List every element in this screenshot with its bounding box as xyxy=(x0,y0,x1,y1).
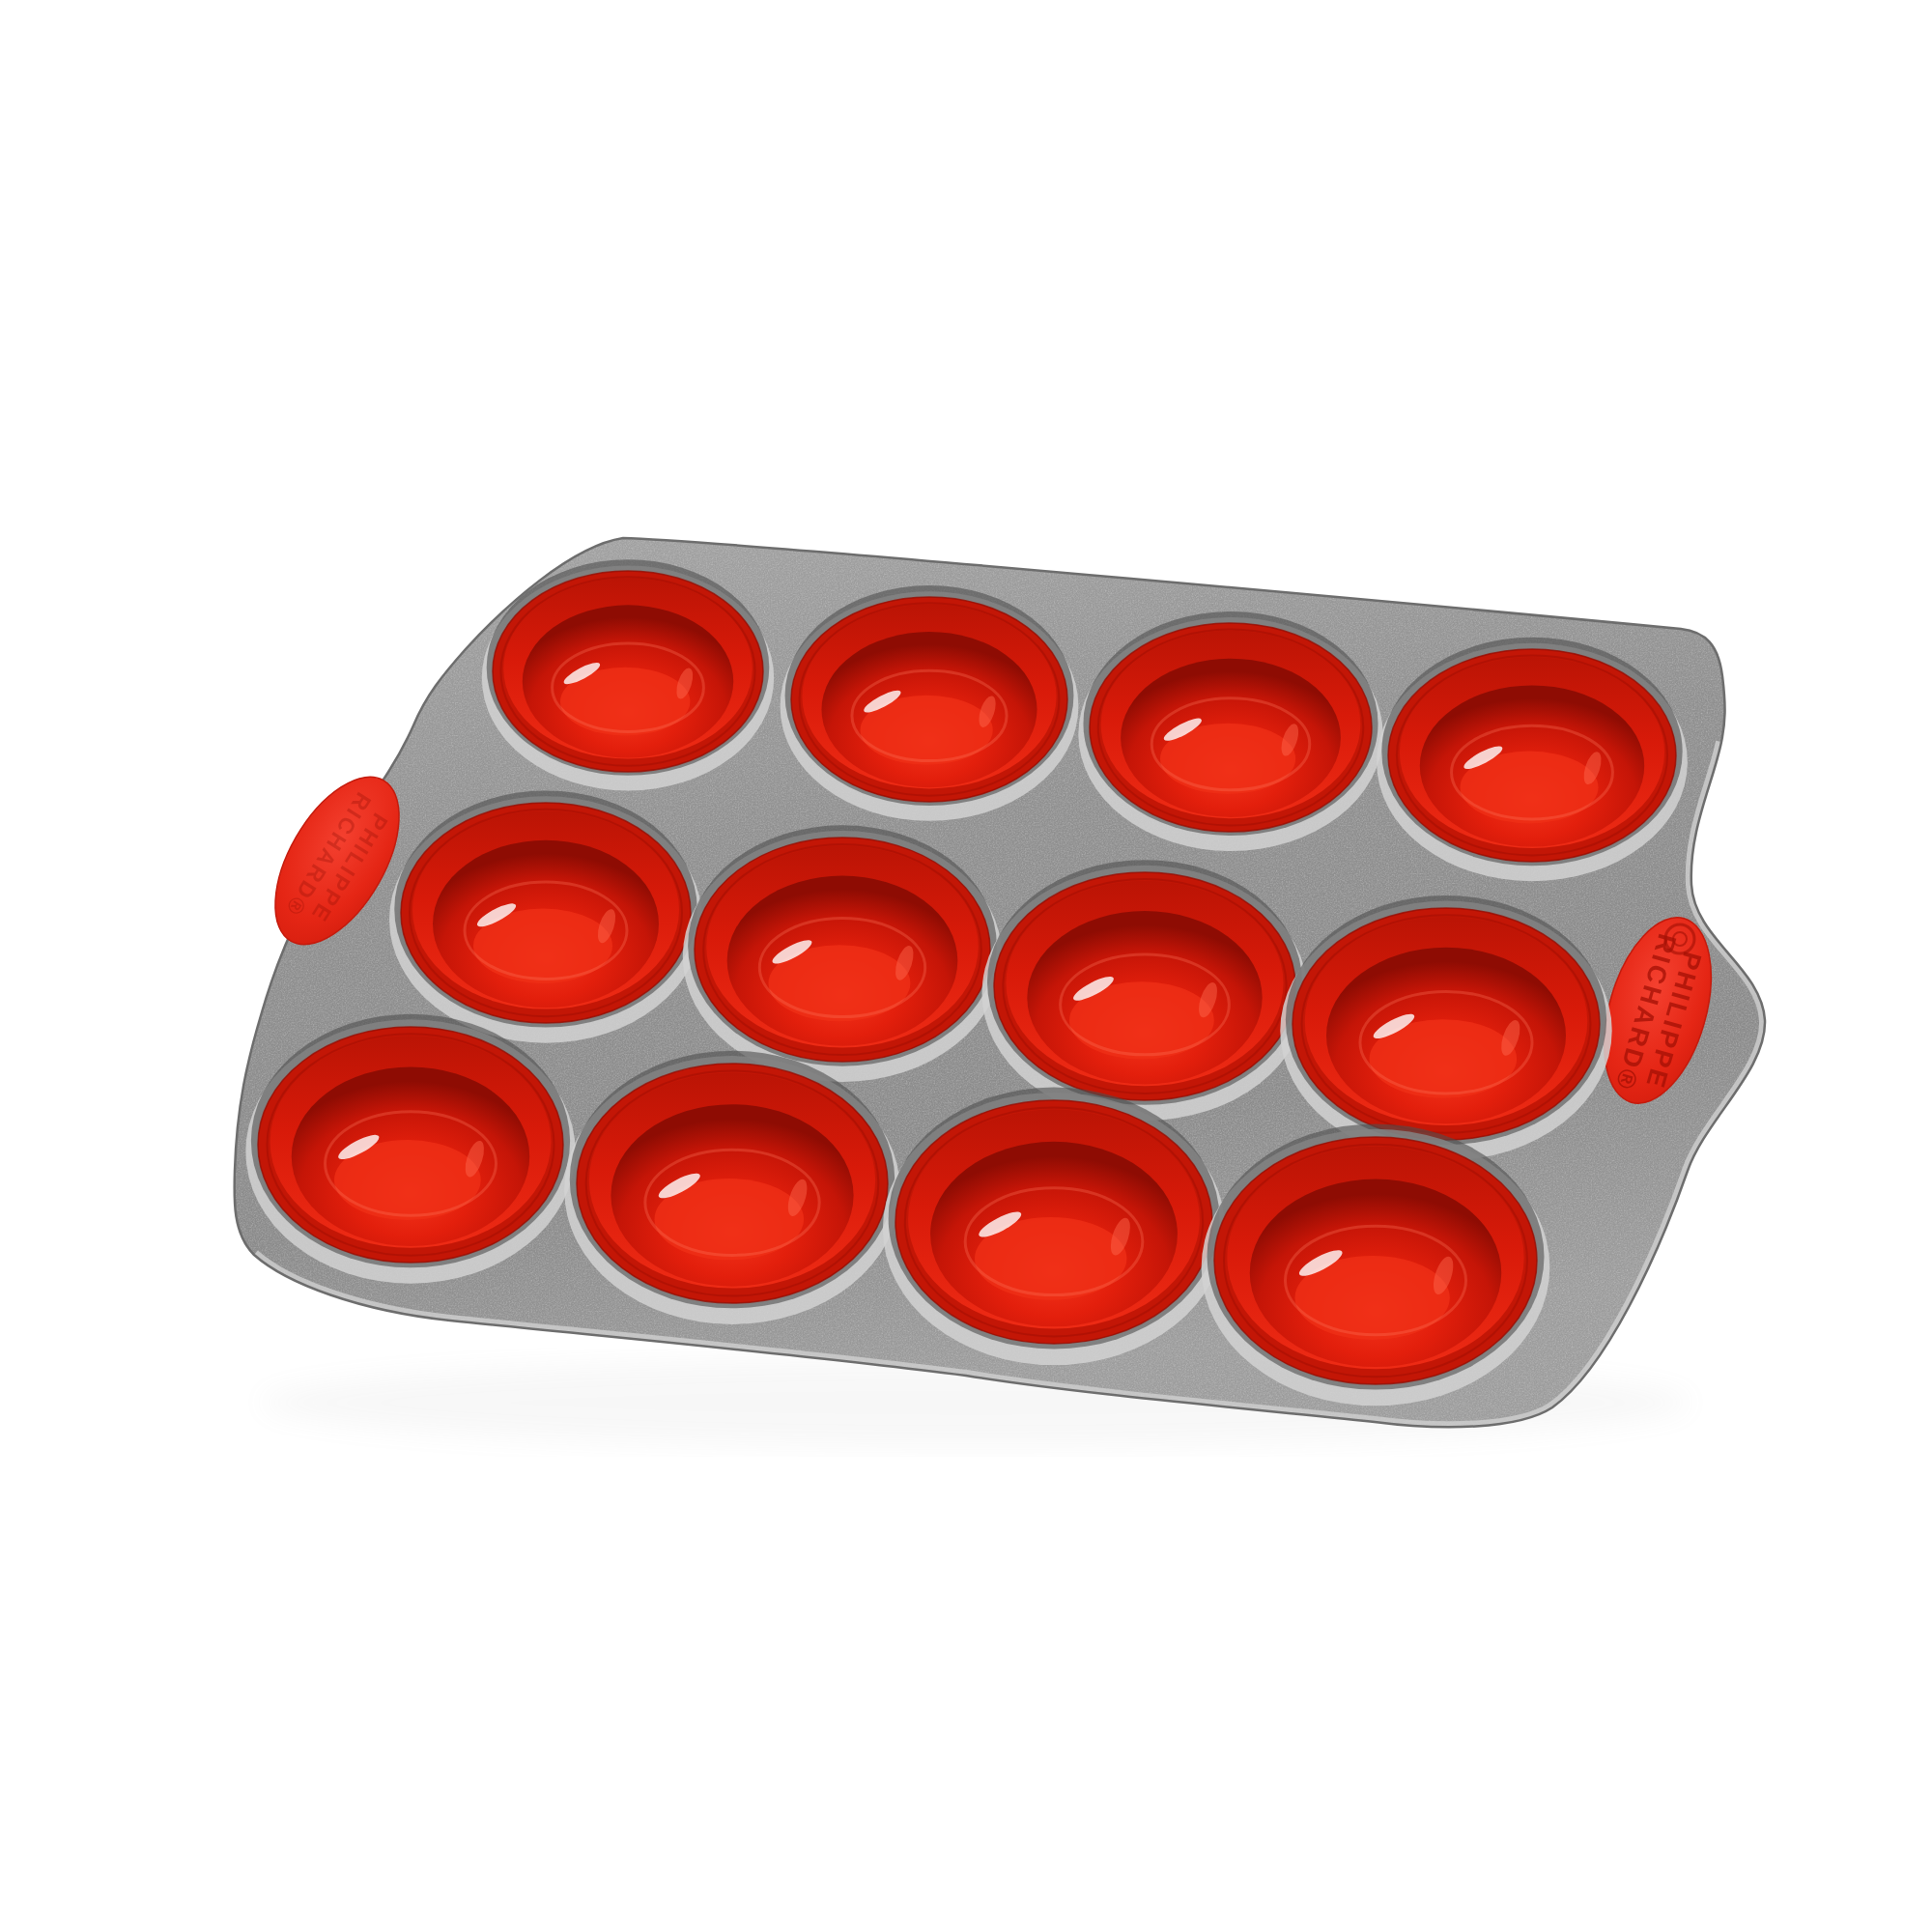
muffin-cup-10 xyxy=(564,1051,900,1324)
muffin-cup-3 xyxy=(1078,611,1382,851)
muffin-cup-2 xyxy=(781,585,1079,821)
muffin-cup-6 xyxy=(683,825,1002,1082)
muffin-pan-photo: PHILIPPE RICHARD® PHILIPPE RICHARD® xyxy=(0,0,1932,1932)
muffin-cup-11 xyxy=(883,1088,1225,1366)
muffin-cup-12 xyxy=(1202,1123,1550,1406)
muffin-cup-7 xyxy=(982,860,1308,1121)
muffin-cup-8 xyxy=(1280,895,1611,1160)
product-photo-canvas: PHILIPPE RICHARD® PHILIPPE RICHARD® xyxy=(0,0,1932,1932)
muffin-cup-9 xyxy=(245,1014,575,1284)
muffin-cup-4 xyxy=(1377,638,1688,881)
muffin-cup-1 xyxy=(482,559,774,790)
muffin-cup-5 xyxy=(389,790,702,1042)
